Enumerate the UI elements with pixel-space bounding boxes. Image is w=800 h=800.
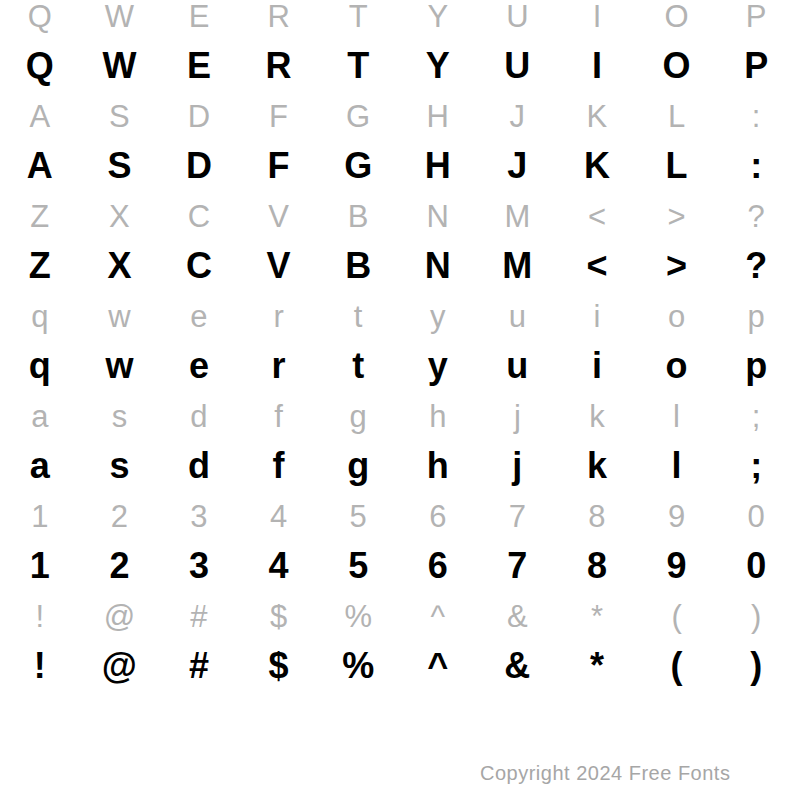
glyph-cell: Z [0, 200, 80, 250]
glyph-cell: h [398, 400, 478, 450]
glyph-cell: w [80, 300, 160, 350]
glyph-cell: l [637, 450, 717, 500]
glyph-cell: X [80, 250, 160, 300]
glyph-cell: j [478, 400, 558, 450]
glyph-cell: 9 [637, 500, 717, 550]
glyph-cell: 3 [159, 500, 239, 550]
glyph-cell: % [318, 600, 398, 650]
glyph-cell: u [478, 300, 558, 350]
glyph-cell: ? [716, 200, 796, 250]
glyph-cell: p [716, 300, 796, 350]
glyph-row-bold: asdfghjkl; [0, 450, 800, 500]
glyph-row-muted: QWERTYUIOP [0, 0, 800, 50]
glyph-cell: k [557, 400, 637, 450]
glyph-cell: k [557, 450, 637, 500]
glyph-cell: ! [0, 600, 80, 650]
glyph-row-muted: ASDFGHJKL: [0, 100, 800, 150]
glyph-cell: 8 [557, 500, 637, 550]
glyph-cell: 1 [0, 500, 80, 550]
glyph-row-pair-2: ZXCVBNM<>?ZXCVBNM<>? [0, 200, 800, 300]
glyph-cell: A [0, 100, 80, 150]
glyph-row-muted: ZXCVBNM<>? [0, 200, 800, 250]
glyph-row-bold: 1234567890 [0, 550, 800, 600]
glyph-cell: T [318, 50, 398, 100]
glyph-cell: O [637, 50, 717, 100]
glyph-cell: 4 [239, 500, 319, 550]
glyph-cell: H [398, 100, 478, 150]
glyph-cell: : [716, 150, 796, 200]
glyph-cell: e [159, 300, 239, 350]
glyph-cell: ( [637, 600, 717, 650]
glyph-cell: P [716, 0, 796, 50]
glyph-cell: J [478, 150, 558, 200]
glyph-cell: S [80, 100, 160, 150]
glyph-cell: M [478, 200, 558, 250]
glyph-cell: 5 [318, 500, 398, 550]
glyph-cell: 5 [318, 550, 398, 600]
glyph-row-muted: !@#$%^&*() [0, 600, 800, 650]
glyph-cell: o [637, 350, 717, 400]
glyph-cell: I [557, 50, 637, 100]
glyph-cell: l [637, 400, 717, 450]
glyph-cell: ; [716, 400, 796, 450]
glyph-cell: Y [398, 50, 478, 100]
glyph-cell: ; [716, 450, 796, 500]
font-specimen-sheet: QWERTYUIOPQWERTYUIOPASDFGHJKL:ASDFGHJKL:… [0, 0, 800, 800]
glyph-cell: & [478, 600, 558, 650]
glyph-row-pair-0: QWERTYUIOPQWERTYUIOP [0, 0, 800, 100]
glyph-cell: 3 [159, 550, 239, 600]
glyph-row-bold: qwertyuiop [0, 350, 800, 400]
glyph-cell: R [239, 0, 319, 50]
glyph-cell: 2 [80, 550, 160, 600]
glyph-cell: f [239, 450, 319, 500]
glyph-cell: B [318, 200, 398, 250]
glyph-cell: < [557, 200, 637, 250]
glyph-cell: 6 [398, 500, 478, 550]
glyph-cell: h [398, 450, 478, 500]
glyph-cell: g [318, 400, 398, 450]
glyph-cell: 8 [557, 550, 637, 600]
glyph-cell: 0 [716, 550, 796, 600]
glyph-cell: 6 [398, 550, 478, 600]
glyph-cell: Q [0, 50, 80, 100]
glyph-cell: 1 [0, 550, 80, 600]
glyph-cell: f [239, 400, 319, 450]
glyph-row-pair-4: asdfghjkl;asdfghjkl; [0, 400, 800, 500]
glyph-cell: > [637, 200, 717, 250]
glyph-row-pair-6: !@#$%^&*()!@#$%^&*() [0, 600, 800, 700]
glyph-cell: D [159, 100, 239, 150]
glyph-cell: I [557, 0, 637, 50]
glyph-cell: s [80, 400, 160, 450]
glyph-cell: $ [239, 650, 319, 700]
glyph-cell: > [637, 250, 717, 300]
glyph-row-pair-3: qwertyuiopqwertyuiop [0, 300, 800, 400]
glyph-row-pair-1: ASDFGHJKL:ASDFGHJKL: [0, 100, 800, 200]
glyph-cell: T [318, 0, 398, 50]
glyph-cell: a [0, 400, 80, 450]
glyph-cell: p [716, 350, 796, 400]
glyph-cell: W [80, 50, 160, 100]
glyph-cell: r [239, 300, 319, 350]
glyph-cell: * [557, 600, 637, 650]
glyph-row-bold: ASDFGHJKL: [0, 150, 800, 200]
glyph-cell: 0 [716, 500, 796, 550]
glyph-cell: # [159, 600, 239, 650]
glyph-cell: @ [80, 650, 160, 700]
glyph-cell: 2 [80, 500, 160, 550]
glyph-cell: D [159, 150, 239, 200]
glyph-cell: V [239, 250, 319, 300]
glyph-cell: o [637, 300, 717, 350]
glyph-cell: A [0, 150, 80, 200]
glyph-cell: ( [637, 650, 717, 700]
glyph-cell: g [318, 450, 398, 500]
glyph-cell: $ [239, 600, 319, 650]
glyph-cell: X [80, 200, 160, 250]
glyph-row-bold: !@#$%^&*() [0, 650, 800, 700]
glyph-cell: Z [0, 250, 80, 300]
copyright-text: Copyright 2024 Free Fonts [480, 760, 730, 786]
glyph-row-pair-5: 12345678901234567890 [0, 500, 800, 600]
glyph-cell: Y [398, 0, 478, 50]
glyph-cell: W [80, 0, 160, 50]
glyph-cell: ) [716, 650, 796, 700]
glyph-cell: ) [716, 600, 796, 650]
glyph-cell: L [637, 100, 717, 150]
glyph-cell: < [557, 250, 637, 300]
glyph-cell: F [239, 100, 319, 150]
glyph-cell: G [318, 100, 398, 150]
glyph-cell: * [557, 650, 637, 700]
glyph-cell: S [80, 150, 160, 200]
glyph-cell: 9 [637, 550, 717, 600]
glyph-row-muted: 1234567890 [0, 500, 800, 550]
glyph-cell: U [478, 50, 558, 100]
glyph-cell: u [478, 350, 558, 400]
glyph-cell: L [637, 150, 717, 200]
glyph-row-bold: ZXCVBNM<>? [0, 250, 800, 300]
glyph-cell: C [159, 250, 239, 300]
glyph-cell: r [239, 350, 319, 400]
glyph-row-muted: qwertyuiop [0, 300, 800, 350]
glyph-cell: K [557, 150, 637, 200]
glyph-cell: & [478, 650, 558, 700]
glyph-cell: 7 [478, 500, 558, 550]
glyph-cell: ^ [398, 600, 478, 650]
glyph-cell: F [239, 150, 319, 200]
glyph-cell: R [239, 50, 319, 100]
glyph-row-bold: QWERTYUIOP [0, 50, 800, 100]
glyph-cell: M [478, 250, 558, 300]
glyph-cell: ! [0, 650, 80, 700]
glyph-cell: 4 [239, 550, 319, 600]
glyph-cell: 7 [478, 550, 558, 600]
glyph-cell: J [478, 100, 558, 150]
glyph-cell: O [637, 0, 717, 50]
glyph-cell: y [398, 300, 478, 350]
glyph-cell: H [398, 150, 478, 200]
glyph-cell: N [398, 250, 478, 300]
glyph-cell: j [478, 450, 558, 500]
glyph-cell: C [159, 200, 239, 250]
glyph-cell: w [80, 350, 160, 400]
glyph-cell: E [159, 50, 239, 100]
glyph-cell: i [557, 350, 637, 400]
glyph-cell: t [318, 300, 398, 350]
glyph-cell: q [0, 350, 80, 400]
glyph-cell: % [318, 650, 398, 700]
glyph-cell: ^ [398, 650, 478, 700]
glyph-cell: N [398, 200, 478, 250]
glyph-cell: @ [80, 600, 160, 650]
glyph-cell: B [318, 250, 398, 300]
glyph-cell: q [0, 300, 80, 350]
glyph-row-muted: asdfghjkl; [0, 400, 800, 450]
glyph-cell: # [159, 650, 239, 700]
glyph-cell: G [318, 150, 398, 200]
glyph-cell: U [478, 0, 558, 50]
glyph-cell: s [80, 450, 160, 500]
glyph-cell: e [159, 350, 239, 400]
glyph-cell: V [239, 200, 319, 250]
glyph-cell: y [398, 350, 478, 400]
glyph-cell: : [716, 100, 796, 150]
glyph-cell: K [557, 100, 637, 150]
glyph-cell: ? [716, 250, 796, 300]
glyph-cell: Q [0, 0, 80, 50]
glyph-cell: d [159, 400, 239, 450]
glyph-cell: t [318, 350, 398, 400]
glyph-cell: E [159, 0, 239, 50]
glyph-cell: d [159, 450, 239, 500]
character-grid: QWERTYUIOPQWERTYUIOPASDFGHJKL:ASDFGHJKL:… [0, 0, 800, 700]
glyph-cell: i [557, 300, 637, 350]
glyph-cell: a [0, 450, 80, 500]
glyph-cell: P [716, 50, 796, 100]
